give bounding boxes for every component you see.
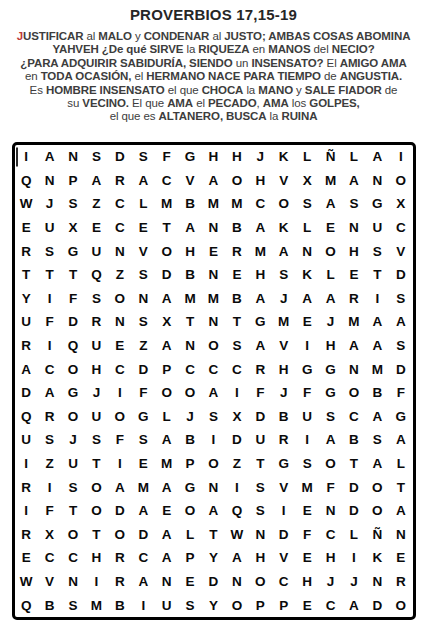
grid-cell[interactable]: F — [155, 145, 178, 169]
grid-cell[interactable]: A — [342, 593, 365, 617]
grid-cell[interactable]: D — [108, 499, 131, 523]
grid-cell[interactable]: I — [108, 452, 131, 476]
grid-cell[interactable]: O — [178, 381, 201, 405]
grid-cell[interactable]: N — [61, 145, 84, 169]
grid-cell[interactable]: V — [132, 239, 155, 263]
grid-cell[interactable]: S — [61, 593, 84, 617]
grid-cell[interactable]: O — [342, 381, 365, 405]
grid-cell[interactable]: A — [319, 428, 342, 452]
grid-cell[interactable]: P — [61, 168, 84, 192]
grid-cell[interactable]: C — [389, 216, 412, 240]
grid-cell[interactable]: I — [225, 475, 248, 499]
grid-cell[interactable]: S — [61, 192, 84, 216]
grid-cell[interactable]: E — [202, 239, 225, 263]
grid-cell[interactable]: O — [366, 475, 389, 499]
grid-cell[interactable]: E — [15, 546, 38, 570]
grid-cell[interactable]: I — [38, 286, 61, 310]
grid-cell[interactable]: H — [319, 546, 342, 570]
grid-cell[interactable]: M — [295, 475, 318, 499]
grid-cell[interactable]: M — [155, 192, 178, 216]
grid-cell[interactable]: C — [319, 593, 342, 617]
grid-cell[interactable]: H — [342, 239, 365, 263]
grid-cell[interactable]: A — [319, 286, 342, 310]
grid-cell[interactable]: I — [108, 381, 131, 405]
grid-cell[interactable]: S — [389, 286, 412, 310]
grid-cell[interactable]: O — [108, 286, 131, 310]
grid-cell[interactable]: O — [225, 593, 248, 617]
grid-cell[interactable]: D — [342, 499, 365, 523]
grid-cell[interactable]: S — [295, 452, 318, 476]
grid-cell[interactable]: A — [132, 570, 155, 594]
grid-cell[interactable]: F — [38, 310, 61, 334]
grid-cell[interactable]: O — [389, 168, 412, 192]
grid-cell[interactable]: C — [108, 357, 131, 381]
grid-cell[interactable]: F — [249, 381, 272, 405]
grid-cell[interactable]: N — [342, 357, 365, 381]
grid-cell[interactable]: A — [155, 475, 178, 499]
grid-cell[interactable]: D — [342, 475, 365, 499]
grid-cell[interactable]: O — [319, 239, 342, 263]
grid-cell[interactable]: T — [225, 310, 248, 334]
grid-cell[interactable]: T — [366, 263, 389, 287]
grid-cell[interactable]: A — [319, 192, 342, 216]
grid-cell[interactable]: A — [249, 334, 272, 358]
grid-cell[interactable]: J — [319, 310, 342, 334]
grid-cell[interactable]: N — [319, 499, 342, 523]
grid-cell[interactable]: N — [61, 570, 84, 594]
grid-cell[interactable]: D — [202, 570, 225, 594]
grid-cell[interactable]: B — [225, 216, 248, 240]
grid-cell[interactable]: Q — [225, 499, 248, 523]
grid-cell[interactable]: Y — [15, 286, 38, 310]
grid-cell[interactable]: A — [108, 475, 131, 499]
grid-cell[interactable]: A — [202, 499, 225, 523]
grid-cell[interactable]: E — [295, 310, 318, 334]
grid-cell[interactable]: J — [38, 192, 61, 216]
grid-cell[interactable]: B — [178, 428, 201, 452]
grid-cell[interactable]: T — [85, 522, 108, 546]
grid-cell[interactable]: N — [38, 168, 61, 192]
grid-cell[interactable]: P — [178, 546, 201, 570]
grid-cell[interactable]: J — [178, 404, 201, 428]
grid-cell[interactable]: M — [202, 286, 225, 310]
grid-cell[interactable]: I — [342, 546, 365, 570]
grid-cell[interactable]: C — [132, 546, 155, 570]
grid-cell[interactable]: D — [132, 522, 155, 546]
grid-cell[interactable]: J — [319, 570, 342, 594]
grid-cell[interactable]: E — [132, 216, 155, 240]
grid-cell[interactable]: C — [108, 192, 131, 216]
grid-cell[interactable]: I — [295, 334, 318, 358]
grid-cell[interactable]: S — [225, 334, 248, 358]
grid-cell[interactable]: P — [272, 593, 295, 617]
grid-cell[interactable]: A — [202, 168, 225, 192]
grid-cell[interactable]: K — [272, 145, 295, 169]
grid-cell[interactable]: D — [389, 263, 412, 287]
grid-cell[interactable]: X — [389, 192, 412, 216]
grid-cell[interactable]: C — [272, 570, 295, 594]
grid-cell[interactable]: R — [108, 570, 131, 594]
grid-cell[interactable]: N — [108, 310, 131, 334]
grid-cell[interactable]: X — [38, 522, 61, 546]
grid-cell[interactable]: N — [178, 334, 201, 358]
grid-cell[interactable]: H — [202, 145, 225, 169]
grid-cell[interactable]: N — [202, 475, 225, 499]
grid-cell[interactable]: I — [15, 499, 38, 523]
grid-cell[interactable]: S — [38, 239, 61, 263]
grid-cell[interactable]: U — [15, 428, 38, 452]
grid-cell[interactable]: A — [249, 216, 272, 240]
grid-cell[interactable]: R — [15, 522, 38, 546]
grid-cell[interactable]: R — [342, 286, 365, 310]
grid-cell[interactable]: S — [38, 428, 61, 452]
grid-cell[interactable]: U — [366, 216, 389, 240]
grid-cell[interactable]: T — [249, 452, 272, 476]
grid-cell[interactable]: M — [249, 239, 272, 263]
grid-cell[interactable]: M — [85, 593, 108, 617]
grid-cell[interactable]: H — [85, 357, 108, 381]
grid-cell[interactable]: D — [155, 263, 178, 287]
grid-cell[interactable]: U — [295, 404, 318, 428]
grid-cell[interactable]: E — [389, 546, 412, 570]
grid-cell[interactable]: G — [319, 381, 342, 405]
grid-cell[interactable]: O — [202, 452, 225, 476]
grid-cell[interactable]: Q — [15, 593, 38, 617]
grid-cell[interactable]: P — [178, 452, 201, 476]
grid-cell[interactable]: D — [61, 310, 84, 334]
grid-cell[interactable]: S — [389, 334, 412, 358]
grid-cell[interactable]: S — [132, 263, 155, 287]
grid-cell[interactable]: S — [132, 145, 155, 169]
grid-cell[interactable]: S — [272, 263, 295, 287]
grid-cell[interactable]: S — [85, 286, 108, 310]
grid-cell[interactable]: R — [225, 239, 248, 263]
grid-cell[interactable]: M — [366, 357, 389, 381]
grid-cell[interactable]: U — [15, 310, 38, 334]
grid-cell[interactable]: C — [155, 168, 178, 192]
grid-cell[interactable]: Z — [132, 334, 155, 358]
grid-cell[interactable]: S — [85, 145, 108, 169]
grid-cell[interactable]: O — [272, 192, 295, 216]
grid-cell[interactable]: A — [85, 168, 108, 192]
grid-cell[interactable]: I — [15, 145, 38, 169]
grid-cell[interactable]: E — [295, 593, 318, 617]
grid-cell[interactable]: Q — [61, 334, 84, 358]
grid-cell[interactable]: R — [108, 168, 131, 192]
grid-cell[interactable]: H — [249, 263, 272, 287]
grid-cell[interactable]: V — [178, 168, 201, 192]
grid-cell[interactable]: A — [249, 286, 272, 310]
grid-cell[interactable]: R — [15, 475, 38, 499]
grid-cell[interactable]: O — [85, 499, 108, 523]
grid-cell[interactable]: A — [38, 381, 61, 405]
grid-cell[interactable]: E — [295, 499, 318, 523]
grid-cell[interactable]: A — [132, 499, 155, 523]
grid-cell[interactable]: C — [225, 357, 248, 381]
grid-cell[interactable]: F — [108, 428, 131, 452]
grid-cell[interactable]: O — [155, 239, 178, 263]
grid-cell[interactable]: U — [85, 334, 108, 358]
grid-cell[interactable]: V — [272, 168, 295, 192]
grid-cell[interactable]: G — [272, 452, 295, 476]
grid-cell[interactable]: A — [366, 404, 389, 428]
grid-cell[interactable]: C — [249, 192, 272, 216]
grid-cell[interactable]: T — [38, 263, 61, 287]
grid-cell[interactable]: M — [319, 168, 342, 192]
grid-cell[interactable]: N — [366, 168, 389, 192]
grid-cell[interactable]: C — [38, 357, 61, 381]
grid-cell[interactable]: Q — [15, 168, 38, 192]
grid-cell[interactable]: R — [15, 334, 38, 358]
grid-cell[interactable]: N — [202, 310, 225, 334]
grid-cell[interactable]: S — [342, 192, 365, 216]
grid-cell[interactable]: O — [202, 334, 225, 358]
grid-cell[interactable]: L — [295, 216, 318, 240]
grid-cell[interactable]: P — [249, 593, 272, 617]
grid-cell[interactable]: U — [38, 216, 61, 240]
grid-cell[interactable]: P — [155, 357, 178, 381]
grid-cell[interactable]: T — [202, 522, 225, 546]
grid-cell[interactable]: F — [132, 381, 155, 405]
grid-cell[interactable]: I — [389, 145, 412, 169]
grid-cell[interactable]: G — [295, 357, 318, 381]
grid-cell[interactable]: I — [38, 475, 61, 499]
grid-cell[interactable]: C — [319, 522, 342, 546]
grid-cell[interactable]: T — [61, 263, 84, 287]
grid-cell[interactable]: Z — [38, 452, 61, 476]
grid-cell[interactable]: G — [178, 475, 201, 499]
grid-cell[interactable]: G — [132, 404, 155, 428]
grid-cell[interactable]: K — [366, 546, 389, 570]
grid-cell[interactable]: F — [61, 286, 84, 310]
grid-cell[interactable]: N — [108, 239, 131, 263]
grid-cell[interactable]: A — [389, 499, 412, 523]
grid-cell[interactable]: C — [342, 404, 365, 428]
grid-cell[interactable]: O — [389, 593, 412, 617]
grid-cell[interactable]: B — [342, 428, 365, 452]
grid-cell[interactable]: O — [225, 168, 248, 192]
grid-cell[interactable]: J — [272, 286, 295, 310]
grid-cell[interactable]: G — [61, 381, 84, 405]
grid-cell[interactable]: B — [178, 263, 201, 287]
grid-cell[interactable]: L — [389, 452, 412, 476]
grid-cell[interactable]: C — [108, 216, 131, 240]
grid-cell[interactable]: A — [155, 334, 178, 358]
grid-cell[interactable]: L — [295, 145, 318, 169]
grid-cell[interactable]: O — [61, 357, 84, 381]
grid-cell[interactable]: E — [225, 263, 248, 287]
grid-cell[interactable]: E — [85, 216, 108, 240]
grid-cell[interactable]: T — [61, 499, 84, 523]
grid-cell[interactable]: I — [272, 499, 295, 523]
grid-cell[interactable]: Y — [202, 546, 225, 570]
grid-cell[interactable]: R — [272, 428, 295, 452]
grid-cell[interactable]: E — [155, 499, 178, 523]
grid-cell[interactable]: Q — [15, 404, 38, 428]
grid-cell[interactable]: R — [38, 404, 61, 428]
grid-cell[interactable]: F — [295, 381, 318, 405]
grid-cell[interactable]: N — [342, 216, 365, 240]
grid-cell[interactable]: E — [319, 216, 342, 240]
grid-cell[interactable]: G — [249, 310, 272, 334]
grid-cell[interactable]: H — [225, 145, 248, 169]
grid-cell[interactable]: L — [319, 263, 342, 287]
grid-cell[interactable]: Y — [202, 593, 225, 617]
grid-cell[interactable]: S — [178, 593, 201, 617]
grid-cell[interactable]: K — [295, 263, 318, 287]
grid-cell[interactable]: A — [155, 286, 178, 310]
grid-cell[interactable]: H — [319, 334, 342, 358]
grid-cell[interactable]: D — [108, 145, 131, 169]
grid-cell[interactable]: I — [295, 428, 318, 452]
grid-cell[interactable]: Ñ — [366, 522, 389, 546]
grid-cell[interactable]: A — [155, 522, 178, 546]
grid-cell[interactable]: V — [272, 334, 295, 358]
grid-cell[interactable]: M — [342, 310, 365, 334]
grid-cell[interactable]: G — [319, 357, 342, 381]
grid-cell[interactable]: L — [342, 522, 365, 546]
grid-cell[interactable]: T — [389, 475, 412, 499]
grid-cell[interactable]: F — [295, 522, 318, 546]
grid-cell[interactable]: I — [15, 452, 38, 476]
grid-cell[interactable]: T — [155, 216, 178, 240]
grid-cell[interactable]: L — [342, 145, 365, 169]
grid-cell[interactable]: A — [342, 334, 365, 358]
grid-cell[interactable]: L — [178, 522, 201, 546]
grid-cell[interactable]: O — [249, 570, 272, 594]
grid-cell[interactable]: C — [202, 357, 225, 381]
grid-cell[interactable]: X — [61, 216, 84, 240]
grid-cell[interactable]: R — [15, 239, 38, 263]
grid-cell[interactable]: U — [61, 452, 84, 476]
grid-cell[interactable]: A — [295, 286, 318, 310]
grid-cell[interactable]: O — [155, 381, 178, 405]
grid-cell[interactable]: D — [132, 357, 155, 381]
grid-cell[interactable]: A — [366, 334, 389, 358]
grid-cell[interactable]: A — [389, 310, 412, 334]
grid-cell[interactable]: M — [202, 192, 225, 216]
grid-cell[interactable]: E — [15, 216, 38, 240]
grid-cell[interactable]: S — [366, 239, 389, 263]
grid-cell[interactable]: X — [155, 310, 178, 334]
grid-cell[interactable]: R — [249, 357, 272, 381]
grid-cell[interactable]: M — [225, 192, 248, 216]
grid-cell[interactable]: F — [389, 381, 412, 405]
grid-cell[interactable]: O — [366, 499, 389, 523]
grid-cell[interactable]: A — [366, 145, 389, 169]
grid-cell[interactable]: V — [272, 546, 295, 570]
grid-cell[interactable]: E — [108, 334, 131, 358]
grid-cell[interactable]: D — [389, 357, 412, 381]
grid-cell[interactable]: D — [249, 404, 272, 428]
grid-cell[interactable]: Z — [108, 263, 131, 287]
grid-cell[interactable]: B — [272, 404, 295, 428]
grid-cell[interactable]: G — [389, 404, 412, 428]
grid-cell[interactable]: W — [15, 192, 38, 216]
grid-cell[interactable]: O — [85, 475, 108, 499]
grid-cell[interactable]: O — [61, 522, 84, 546]
grid-cell[interactable]: U — [85, 404, 108, 428]
grid-cell[interactable]: F — [38, 499, 61, 523]
grid-cell[interactable]: N — [389, 522, 412, 546]
grid-cell[interactable]: I — [202, 428, 225, 452]
grid-cell[interactable]: H — [272, 357, 295, 381]
grid-cell[interactable]: A — [366, 452, 389, 476]
grid-cell[interactable]: S — [249, 499, 272, 523]
grid-cell[interactable]: R — [108, 546, 131, 570]
grid-cell[interactable]: Ñ — [319, 145, 342, 169]
grid-cell[interactable]: T — [85, 452, 108, 476]
grid-cell[interactable]: V — [38, 570, 61, 594]
grid-cell[interactable]: B — [38, 593, 61, 617]
grid-cell[interactable]: Q — [85, 263, 108, 287]
grid-cell[interactable]: N — [202, 216, 225, 240]
grid-cell[interactable]: R — [85, 310, 108, 334]
grid-cell[interactable]: E — [132, 452, 155, 476]
grid-cell[interactable]: O — [178, 499, 201, 523]
grid-cell[interactable]: M — [272, 310, 295, 334]
grid-cell[interactable]: S — [295, 192, 318, 216]
grid-cell[interactable]: S — [132, 310, 155, 334]
grid-cell[interactable]: A — [342, 168, 365, 192]
grid-cell[interactable]: V — [272, 475, 295, 499]
grid-cell[interactable]: A — [272, 239, 295, 263]
grid-cell[interactable]: H — [249, 546, 272, 570]
grid-cell[interactable]: G — [61, 239, 84, 263]
grid-cell[interactable]: O — [61, 404, 84, 428]
grid-cell[interactable]: I — [366, 286, 389, 310]
grid-cell[interactable]: M — [155, 452, 178, 476]
grid-cell[interactable]: I — [225, 381, 248, 405]
grid-cell[interactable]: U — [85, 239, 108, 263]
grid-cell[interactable]: I — [38, 334, 61, 358]
grid-cell[interactable]: A — [366, 310, 389, 334]
grid-cell[interactable]: G — [178, 145, 201, 169]
grid-cell[interactable]: K — [272, 216, 295, 240]
grid-cell[interactable]: H — [178, 239, 201, 263]
grid-cell[interactable]: S — [249, 475, 272, 499]
grid-cell[interactable]: C — [61, 546, 84, 570]
grid-cell[interactable]: X — [225, 404, 248, 428]
grid-cell[interactable]: E — [342, 263, 365, 287]
grid-cell[interactable]: W — [15, 570, 38, 594]
grid-cell[interactable]: E — [178, 570, 201, 594]
grid-cell[interactable]: M — [178, 286, 201, 310]
grid-cell[interactable]: H — [85, 546, 108, 570]
grid-cell[interactable]: U — [249, 428, 272, 452]
grid-cell[interactable]: Z — [85, 192, 108, 216]
grid-cell[interactable]: N — [249, 522, 272, 546]
grid-cell[interactable]: U — [155, 593, 178, 617]
grid-cell[interactable]: C — [38, 546, 61, 570]
grid-cell[interactable]: J — [272, 381, 295, 405]
grid-cell[interactable]: S — [366, 428, 389, 452]
grid-cell[interactable]: N — [132, 286, 155, 310]
grid-cell[interactable]: S — [202, 404, 225, 428]
grid-cell[interactable]: N — [225, 570, 248, 594]
grid-cell[interactable]: D — [366, 593, 389, 617]
grid-cell[interactable]: I — [85, 570, 108, 594]
grid-cell[interactable]: H — [295, 570, 318, 594]
grid-cell[interactable]: S — [319, 404, 342, 428]
grid-cell[interactable]: E — [295, 546, 318, 570]
grid-cell[interactable]: O — [108, 522, 131, 546]
grid-cell[interactable]: L — [155, 404, 178, 428]
grid-cell[interactable]: R — [389, 570, 412, 594]
grid-cell[interactable]: T — [15, 263, 38, 287]
grid-cell[interactable]: A — [155, 428, 178, 452]
grid-cell[interactable]: X — [295, 168, 318, 192]
